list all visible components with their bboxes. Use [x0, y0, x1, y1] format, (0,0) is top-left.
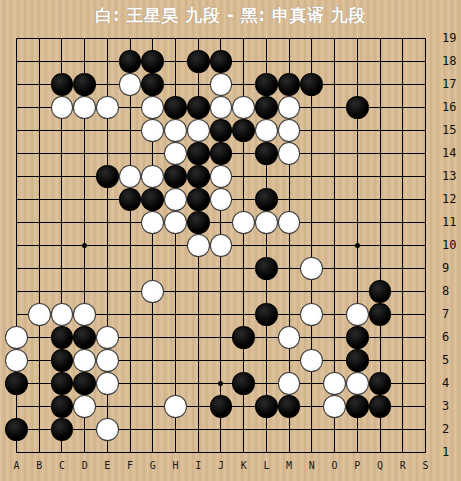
black-stone [119, 188, 142, 211]
white-stone [51, 303, 74, 326]
intersection-Q3[interactable] [369, 395, 392, 418]
black-stone [369, 303, 392, 326]
intersection-H16[interactable] [164, 96, 187, 119]
intersection-F18[interactable] [119, 50, 142, 73]
intersection-A2[interactable] [5, 418, 28, 441]
intersection-K6[interactable] [232, 326, 255, 349]
intersection-J10[interactable] [210, 234, 233, 257]
row-label-10: 10 [440, 234, 460, 257]
black-stone [255, 96, 278, 119]
intersection-M15[interactable] [278, 119, 301, 142]
intersection-P4[interactable] [346, 372, 369, 395]
black-stone [346, 326, 369, 349]
row-label-12: 12 [440, 188, 460, 211]
intersection-I14[interactable] [187, 142, 210, 165]
intersection-G12[interactable] [141, 188, 164, 211]
white-stone [255, 119, 278, 142]
intersection-I18[interactable] [187, 50, 210, 73]
white-stone [210, 188, 233, 211]
intersection-I15[interactable] [187, 119, 210, 142]
intersection-M17[interactable] [278, 73, 301, 96]
row-label-14: 14 [440, 142, 460, 165]
intersection-N9[interactable] [300, 257, 323, 280]
intersection-K4[interactable] [232, 372, 255, 395]
intersection-H14[interactable] [164, 142, 187, 165]
white-stone [346, 372, 369, 395]
intersection-N7[interactable] [300, 303, 323, 326]
intersection-M14[interactable] [278, 142, 301, 165]
white-stone [232, 96, 255, 119]
intersection-N17[interactable] [300, 73, 323, 96]
intersection-J15[interactable] [210, 119, 233, 142]
intersection-C2[interactable] [51, 418, 74, 441]
intersection-E13[interactable] [96, 165, 119, 188]
white-stone [278, 211, 301, 234]
black-stone [51, 73, 74, 96]
black-stone [210, 395, 233, 418]
row-label-16: 16 [440, 96, 460, 119]
intersection-D5[interactable] [73, 349, 96, 372]
column-label-G: G [141, 459, 164, 473]
intersection-M4[interactable] [278, 372, 301, 395]
black-stone [73, 73, 96, 96]
white-stone [187, 119, 210, 142]
black-stone [96, 165, 119, 188]
white-stone [255, 211, 278, 234]
black-stone [255, 73, 278, 96]
black-stone [187, 50, 210, 73]
row-label-2: 2 [440, 418, 460, 441]
intersection-K16[interactable] [232, 96, 255, 119]
row-label-4: 4 [440, 372, 460, 395]
intersection-N5[interactable] [300, 349, 323, 372]
black-stone [369, 372, 392, 395]
column-label-Q: Q [369, 459, 392, 473]
black-stone [300, 73, 323, 96]
players-title: 白: 王星昊 九段 - 黑: 申真谞 九段 [0, 4, 461, 27]
intersection-I16[interactable] [187, 96, 210, 119]
black-stone [369, 395, 392, 418]
row-label-18: 18 [440, 50, 460, 73]
column-label-C: C [51, 459, 74, 473]
white-stone [96, 96, 119, 119]
intersection-Q7[interactable] [369, 303, 392, 326]
column-label-O: O [323, 459, 346, 473]
intersection-M6[interactable] [278, 326, 301, 349]
column-label-S: S [414, 459, 437, 473]
column-label-N: N [300, 459, 323, 473]
intersection-B7[interactable] [28, 303, 51, 326]
black-stone [51, 395, 74, 418]
black-stone [51, 326, 74, 349]
white-stone [278, 372, 301, 395]
intersection-J3[interactable] [210, 395, 233, 418]
black-stone [210, 142, 233, 165]
row-label-15: 15 [440, 119, 460, 142]
column-label-E: E [96, 459, 119, 473]
row-label-17: 17 [440, 73, 460, 96]
intersection-C16[interactable] [51, 96, 74, 119]
black-stone [187, 96, 210, 119]
white-stone [278, 326, 301, 349]
column-label-L: L [255, 459, 278, 473]
intersection-E16[interactable] [96, 96, 119, 119]
intersection-C17[interactable] [51, 73, 74, 96]
intersection-I13[interactable] [187, 165, 210, 188]
white-stone [141, 96, 164, 119]
intersection-P5[interactable] [346, 349, 369, 372]
white-stone [51, 96, 74, 119]
white-stone [96, 349, 119, 372]
black-stone [5, 372, 28, 395]
column-label-A: A [5, 459, 28, 473]
black-stone [141, 73, 164, 96]
intersection-E4[interactable] [96, 372, 119, 395]
row-label-5: 5 [440, 349, 460, 372]
intersection-Q4[interactable] [369, 372, 392, 395]
intersection-L14[interactable] [255, 142, 278, 165]
black-stone [51, 349, 74, 372]
intersection-P3[interactable] [346, 395, 369, 418]
intersection-I11[interactable] [187, 211, 210, 234]
intersection-I12[interactable] [187, 188, 210, 211]
intersection-F13[interactable] [119, 165, 142, 188]
white-stone [300, 303, 323, 326]
intersection-J12[interactable] [210, 188, 233, 211]
intersection-J16[interactable] [210, 96, 233, 119]
white-stone [73, 96, 96, 119]
intersection-C4[interactable] [51, 372, 74, 395]
intersection-P7[interactable] [346, 303, 369, 326]
intersection-D3[interactable] [73, 395, 96, 418]
intersection-E6[interactable] [96, 326, 119, 349]
black-stone [278, 395, 301, 418]
intersection-G16[interactable] [141, 96, 164, 119]
black-stone [141, 50, 164, 73]
intersection-A6[interactable] [5, 326, 28, 349]
white-stone [210, 165, 233, 188]
intersection-L17[interactable] [255, 73, 278, 96]
intersection-L16[interactable] [255, 96, 278, 119]
intersection-G17[interactable] [141, 73, 164, 96]
row-label-7: 7 [440, 303, 460, 326]
intersection-H15[interactable] [164, 119, 187, 142]
white-stone [323, 372, 346, 395]
intersection-G15[interactable] [141, 119, 164, 142]
column-label-H: H [164, 459, 187, 473]
white-stone [278, 142, 301, 165]
intersection-L12[interactable] [255, 188, 278, 211]
white-stone [96, 372, 119, 395]
white-stone [28, 303, 51, 326]
intersection-G18[interactable] [141, 50, 164, 73]
white-stone [73, 349, 96, 372]
intersection-C5[interactable] [51, 349, 74, 372]
intersection-F17[interactable] [119, 73, 142, 96]
intersection-C3[interactable] [51, 395, 74, 418]
white-stone [300, 257, 323, 280]
intersection-C7[interactable] [51, 303, 74, 326]
row-label-11: 11 [440, 211, 460, 234]
intersection-P16[interactable] [346, 96, 369, 119]
black-stone [232, 326, 255, 349]
black-stone [255, 395, 278, 418]
intersection-L15[interactable] [255, 119, 278, 142]
white-stone [5, 326, 28, 349]
intersection-J14[interactable] [210, 142, 233, 165]
white-stone [300, 349, 323, 372]
black-stone [73, 326, 96, 349]
white-stone [119, 165, 142, 188]
intersection-D4[interactable] [73, 372, 96, 395]
row-labels: 19181716151413121110987654321 [440, 27, 460, 464]
white-stone [164, 188, 187, 211]
white-stone [346, 303, 369, 326]
white-stone [73, 395, 96, 418]
column-label-M: M [278, 459, 301, 473]
white-stone [323, 395, 346, 418]
black-stone [5, 418, 28, 441]
intersection-G8[interactable] [141, 280, 164, 303]
column-labels: ABCDEFGHIJKLMNOPQRS [5, 459, 437, 473]
white-stone [141, 280, 164, 303]
white-stone [164, 395, 187, 418]
black-stone [346, 395, 369, 418]
intersection-J13[interactable] [210, 165, 233, 188]
intersection-J18[interactable] [210, 50, 233, 73]
column-label-K: K [232, 459, 255, 473]
intersection-K11[interactable] [232, 211, 255, 234]
black-stone [255, 257, 278, 280]
row-label-19: 19 [440, 27, 460, 50]
white-stone [96, 326, 119, 349]
white-stone [164, 142, 187, 165]
black-stone [187, 211, 210, 234]
intersection-L9[interactable] [255, 257, 278, 280]
intersection-J17[interactable] [210, 73, 233, 96]
black-stone [187, 165, 210, 188]
black-stone [369, 280, 392, 303]
intersection-M3[interactable] [278, 395, 301, 418]
intersection-F12[interactable] [119, 188, 142, 211]
white-stone [210, 96, 233, 119]
intersection-O4[interactable] [323, 372, 346, 395]
intersection-L11[interactable] [255, 211, 278, 234]
intersection-Q8[interactable] [369, 280, 392, 303]
black-stone [278, 73, 301, 96]
white-stone [210, 234, 233, 257]
white-stone [73, 303, 96, 326]
intersection-E2[interactable] [96, 418, 119, 441]
white-stone [232, 211, 255, 234]
row-label-1: 1 [440, 441, 460, 464]
white-stone [278, 96, 301, 119]
white-stone [119, 73, 142, 96]
black-stone [210, 50, 233, 73]
intersection-A5[interactable] [5, 349, 28, 372]
black-stone [119, 50, 142, 73]
black-stone [164, 165, 187, 188]
row-label-6: 6 [440, 326, 460, 349]
white-stone [164, 119, 187, 142]
column-label-B: B [28, 459, 51, 473]
row-label-9: 9 [440, 257, 460, 280]
white-stone [5, 349, 28, 372]
row-label-8: 8 [440, 280, 460, 303]
black-stone [346, 96, 369, 119]
black-stone [51, 418, 74, 441]
intersection-I10[interactable] [187, 234, 210, 257]
row-label-13: 13 [440, 165, 460, 188]
intersection-H11[interactable] [164, 211, 187, 234]
intersection-M16[interactable] [278, 96, 301, 119]
intersection-D6[interactable] [73, 326, 96, 349]
black-stone [232, 372, 255, 395]
intersection-H3[interactable] [164, 395, 187, 418]
row-label-3: 3 [440, 395, 460, 418]
black-stone [141, 188, 164, 211]
intersection-D17[interactable] [73, 73, 96, 96]
white-stone [164, 211, 187, 234]
black-stone [346, 349, 369, 372]
black-stone [255, 303, 278, 326]
intersection-H13[interactable] [164, 165, 187, 188]
black-stone [255, 142, 278, 165]
black-stone [232, 119, 255, 142]
white-stone [187, 234, 210, 257]
go-game-window: 白: 王星昊 九段 - 黑: 申真谞 九段 ABCDEFGHIJKLMNOPQR… [0, 0, 461, 481]
intersection-K15[interactable] [232, 119, 255, 142]
column-label-R: R [391, 459, 414, 473]
intersection-A4[interactable] [5, 372, 28, 395]
white-stone [278, 119, 301, 142]
black-stone [51, 372, 74, 395]
intersection-E5[interactable] [96, 349, 119, 372]
white-stone [96, 418, 119, 441]
column-label-I: I [187, 459, 210, 473]
black-stone [255, 188, 278, 211]
white-stone [141, 119, 164, 142]
white-stone [141, 165, 164, 188]
black-stone [164, 96, 187, 119]
intersection-D16[interactable] [73, 96, 96, 119]
intersection-L7[interactable] [255, 303, 278, 326]
white-stone [141, 211, 164, 234]
intersection-H12[interactable] [164, 188, 187, 211]
intersection-O3[interactable] [323, 395, 346, 418]
black-stone [210, 119, 233, 142]
intersection-G13[interactable] [141, 165, 164, 188]
column-label-D: D [73, 459, 96, 473]
intersection-P6[interactable] [346, 326, 369, 349]
intersection-G11[interactable] [141, 211, 164, 234]
column-label-F: F [119, 459, 142, 473]
white-stone [210, 73, 233, 96]
stones-layer [5, 27, 437, 464]
intersection-C6[interactable] [51, 326, 74, 349]
black-stone [187, 188, 210, 211]
black-stone [187, 142, 210, 165]
column-label-P: P [346, 459, 369, 473]
intersection-L3[interactable] [255, 395, 278, 418]
black-stone [73, 372, 96, 395]
intersection-D7[interactable] [73, 303, 96, 326]
intersection-M11[interactable] [278, 211, 301, 234]
column-label-J: J [210, 459, 233, 473]
